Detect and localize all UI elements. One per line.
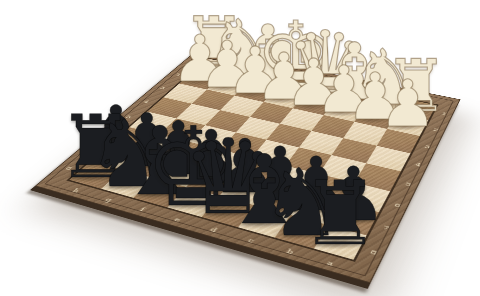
file-label-h: h (220, 55, 227, 58)
file-label-d: d (208, 227, 218, 234)
file-label-f: f (275, 66, 280, 69)
rank-label-8: 8 (64, 166, 74, 172)
file-label-b: b (285, 248, 295, 255)
rank-label-2: 2 (174, 73, 181, 77)
file-label-g: g (247, 60, 254, 64)
rank-label-4: 4 (142, 100, 150, 104)
chess-board: hhggffeeddccbbaa1122334455667788 (35, 48, 461, 284)
rank-label-8: 8 (369, 249, 378, 256)
rank-label-1: 1 (441, 112, 448, 116)
rank-label-1: 1 (189, 60, 196, 64)
file-label-d: d (331, 77, 338, 81)
rank-label-3: 3 (424, 144, 431, 149)
file-label-b: b (391, 89, 398, 93)
rank-label-7: 7 (86, 147, 95, 152)
file-label-a: a (326, 260, 335, 268)
rank-label-7: 7 (382, 224, 391, 231)
file-label-f: f (138, 207, 146, 213)
rank-label-4: 4 (414, 162, 421, 167)
file-label-h: h (71, 188, 81, 194)
file-label-a: a (422, 95, 428, 99)
file-label-c: c (361, 83, 367, 87)
rank-label-3: 3 (159, 86, 167, 90)
squares-grid (66, 58, 438, 262)
file-label-e: e (172, 216, 181, 223)
rank-label-6: 6 (106, 130, 115, 135)
file-label-c: c (246, 237, 255, 244)
rank-label-5: 5 (404, 181, 412, 187)
file-label-e: e (302, 71, 308, 75)
file-label-g: g (103, 197, 113, 203)
rank-label-2: 2 (433, 127, 440, 132)
rank-label-6: 6 (393, 202, 401, 208)
photo-stage: hhggffeeddccbbaa1122334455667788 ♜♞♝♛♚♝♞… (0, 0, 480, 296)
rank-label-5: 5 (125, 115, 133, 120)
